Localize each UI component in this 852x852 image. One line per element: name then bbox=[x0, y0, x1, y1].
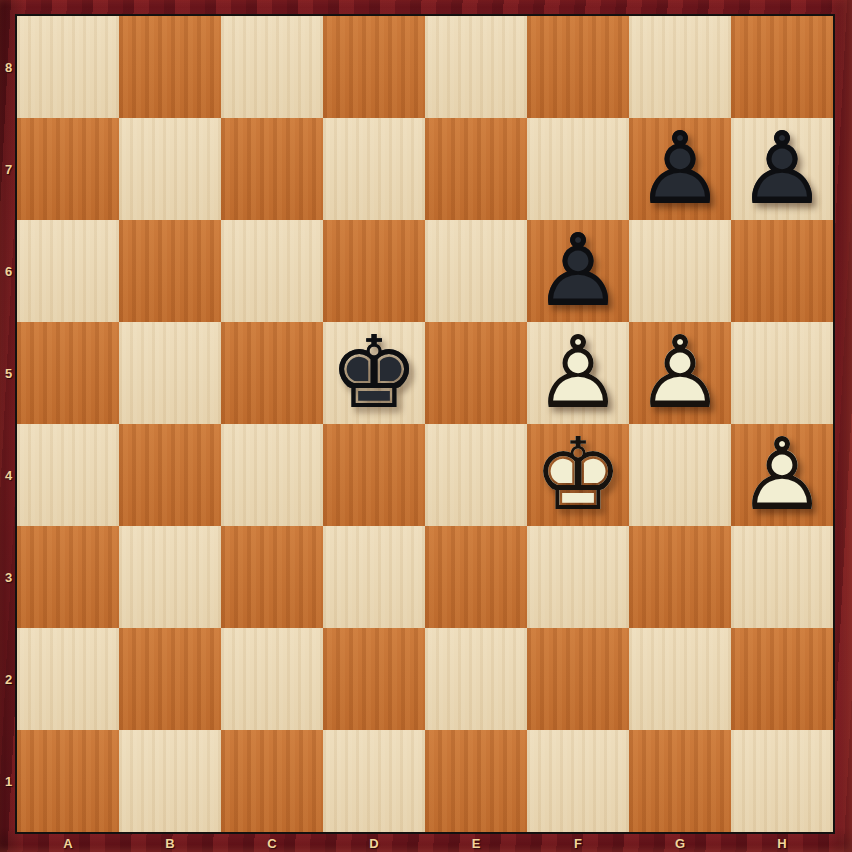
file-label-f: F bbox=[527, 834, 629, 852]
square-h4[interactable]: ♟♙ bbox=[731, 424, 833, 526]
square-d3[interactable] bbox=[323, 526, 425, 628]
square-a2[interactable] bbox=[17, 628, 119, 730]
rank-label-8: 8 bbox=[0, 16, 17, 118]
file-label-e: E bbox=[425, 834, 527, 852]
square-e8[interactable] bbox=[425, 16, 527, 118]
square-c8[interactable] bbox=[221, 16, 323, 118]
square-e3[interactable] bbox=[425, 526, 527, 628]
square-g1[interactable] bbox=[629, 730, 731, 832]
square-f1[interactable] bbox=[527, 730, 629, 832]
square-h7[interactable]: ♟♙ bbox=[731, 118, 833, 220]
square-d4[interactable] bbox=[323, 424, 425, 526]
square-h6[interactable] bbox=[731, 220, 833, 322]
square-h5[interactable] bbox=[731, 322, 833, 424]
square-d7[interactable] bbox=[323, 118, 425, 220]
square-g3[interactable] bbox=[629, 526, 731, 628]
black-pawn-f6[interactable]: ♟♙ bbox=[527, 220, 629, 322]
square-g8[interactable] bbox=[629, 16, 731, 118]
square-a7[interactable] bbox=[17, 118, 119, 220]
square-g7[interactable]: ♟♙ bbox=[629, 118, 731, 220]
square-b8[interactable] bbox=[119, 16, 221, 118]
square-a8[interactable] bbox=[17, 16, 119, 118]
square-f6[interactable]: ♟♙ bbox=[527, 220, 629, 322]
white-pawn-f5[interactable]: ♟♙ bbox=[527, 322, 629, 424]
rank-label-3: 3 bbox=[0, 526, 17, 628]
rank-label-4: 4 bbox=[0, 424, 17, 526]
square-a4[interactable] bbox=[17, 424, 119, 526]
square-e2[interactable] bbox=[425, 628, 527, 730]
square-b4[interactable] bbox=[119, 424, 221, 526]
square-h3[interactable] bbox=[731, 526, 833, 628]
rank-label-5: 5 bbox=[0, 322, 17, 424]
pawn-outline-icon: ♙ bbox=[527, 322, 629, 424]
rank-label-7: 7 bbox=[0, 118, 17, 220]
square-g5[interactable]: ♟♙ bbox=[629, 322, 731, 424]
square-d1[interactable] bbox=[323, 730, 425, 832]
square-c3[interactable] bbox=[221, 526, 323, 628]
square-a5[interactable] bbox=[17, 322, 119, 424]
king-outline-icon: ♔ bbox=[323, 322, 425, 424]
king-outline-icon: ♔ bbox=[527, 424, 629, 526]
square-g4[interactable] bbox=[629, 424, 731, 526]
black-pawn-g7[interactable]: ♟♙ bbox=[629, 118, 731, 220]
file-label-h: H bbox=[731, 834, 833, 852]
square-e7[interactable] bbox=[425, 118, 527, 220]
square-a3[interactable] bbox=[17, 526, 119, 628]
square-f2[interactable] bbox=[527, 628, 629, 730]
square-a6[interactable] bbox=[17, 220, 119, 322]
black-pawn-h7[interactable]: ♟♙ bbox=[731, 118, 833, 220]
file-label-g: G bbox=[629, 834, 731, 852]
pawn-outline-icon: ♙ bbox=[629, 118, 731, 220]
square-d6[interactable] bbox=[323, 220, 425, 322]
square-b7[interactable] bbox=[119, 118, 221, 220]
square-f3[interactable] bbox=[527, 526, 629, 628]
square-b6[interactable] bbox=[119, 220, 221, 322]
file-label-d: D bbox=[323, 834, 425, 852]
black-king-d5[interactable]: ♚♔ bbox=[323, 322, 425, 424]
file-label-c: C bbox=[221, 834, 323, 852]
square-c2[interactable] bbox=[221, 628, 323, 730]
square-b5[interactable] bbox=[119, 322, 221, 424]
square-f4[interactable]: ♚♔ bbox=[527, 424, 629, 526]
square-b1[interactable] bbox=[119, 730, 221, 832]
square-a1[interactable] bbox=[17, 730, 119, 832]
white-king-f4[interactable]: ♚♔ bbox=[527, 424, 629, 526]
square-h1[interactable] bbox=[731, 730, 833, 832]
pawn-outline-icon: ♙ bbox=[731, 424, 833, 526]
rank-label-1: 1 bbox=[0, 730, 17, 832]
chess-board: ♟♙♟♙♟♙♚♔♟♙♟♙♚♔♟♙ bbox=[17, 16, 833, 832]
pawn-outline-icon: ♙ bbox=[629, 322, 731, 424]
square-c5[interactable] bbox=[221, 322, 323, 424]
square-c4[interactable] bbox=[221, 424, 323, 526]
square-h8[interactable] bbox=[731, 16, 833, 118]
square-d2[interactable] bbox=[323, 628, 425, 730]
square-b2[interactable] bbox=[119, 628, 221, 730]
square-g2[interactable] bbox=[629, 628, 731, 730]
rank-label-2: 2 bbox=[0, 628, 17, 730]
square-e4[interactable] bbox=[425, 424, 527, 526]
square-e6[interactable] bbox=[425, 220, 527, 322]
square-h2[interactable] bbox=[731, 628, 833, 730]
square-c6[interactable] bbox=[221, 220, 323, 322]
square-e1[interactable] bbox=[425, 730, 527, 832]
square-c1[interactable] bbox=[221, 730, 323, 832]
white-pawn-h4[interactable]: ♟♙ bbox=[731, 424, 833, 526]
square-g6[interactable] bbox=[629, 220, 731, 322]
square-f5[interactable]: ♟♙ bbox=[527, 322, 629, 424]
pawn-outline-icon: ♙ bbox=[527, 220, 629, 322]
square-f8[interactable] bbox=[527, 16, 629, 118]
file-label-a: A bbox=[17, 834, 119, 852]
square-d8[interactable] bbox=[323, 16, 425, 118]
rank-label-6: 6 bbox=[0, 220, 17, 322]
square-d5[interactable]: ♚♔ bbox=[323, 322, 425, 424]
chess-board-frame: ♟♙♟♙♟♙♚♔♟♙♟♙♚♔♟♙ 87654321ABCDEFGH bbox=[0, 0, 852, 852]
square-c7[interactable] bbox=[221, 118, 323, 220]
square-f7[interactable] bbox=[527, 118, 629, 220]
file-label-b: B bbox=[119, 834, 221, 852]
white-pawn-g5[interactable]: ♟♙ bbox=[629, 322, 731, 424]
pawn-outline-icon: ♙ bbox=[731, 118, 833, 220]
square-e5[interactable] bbox=[425, 322, 527, 424]
square-b3[interactable] bbox=[119, 526, 221, 628]
